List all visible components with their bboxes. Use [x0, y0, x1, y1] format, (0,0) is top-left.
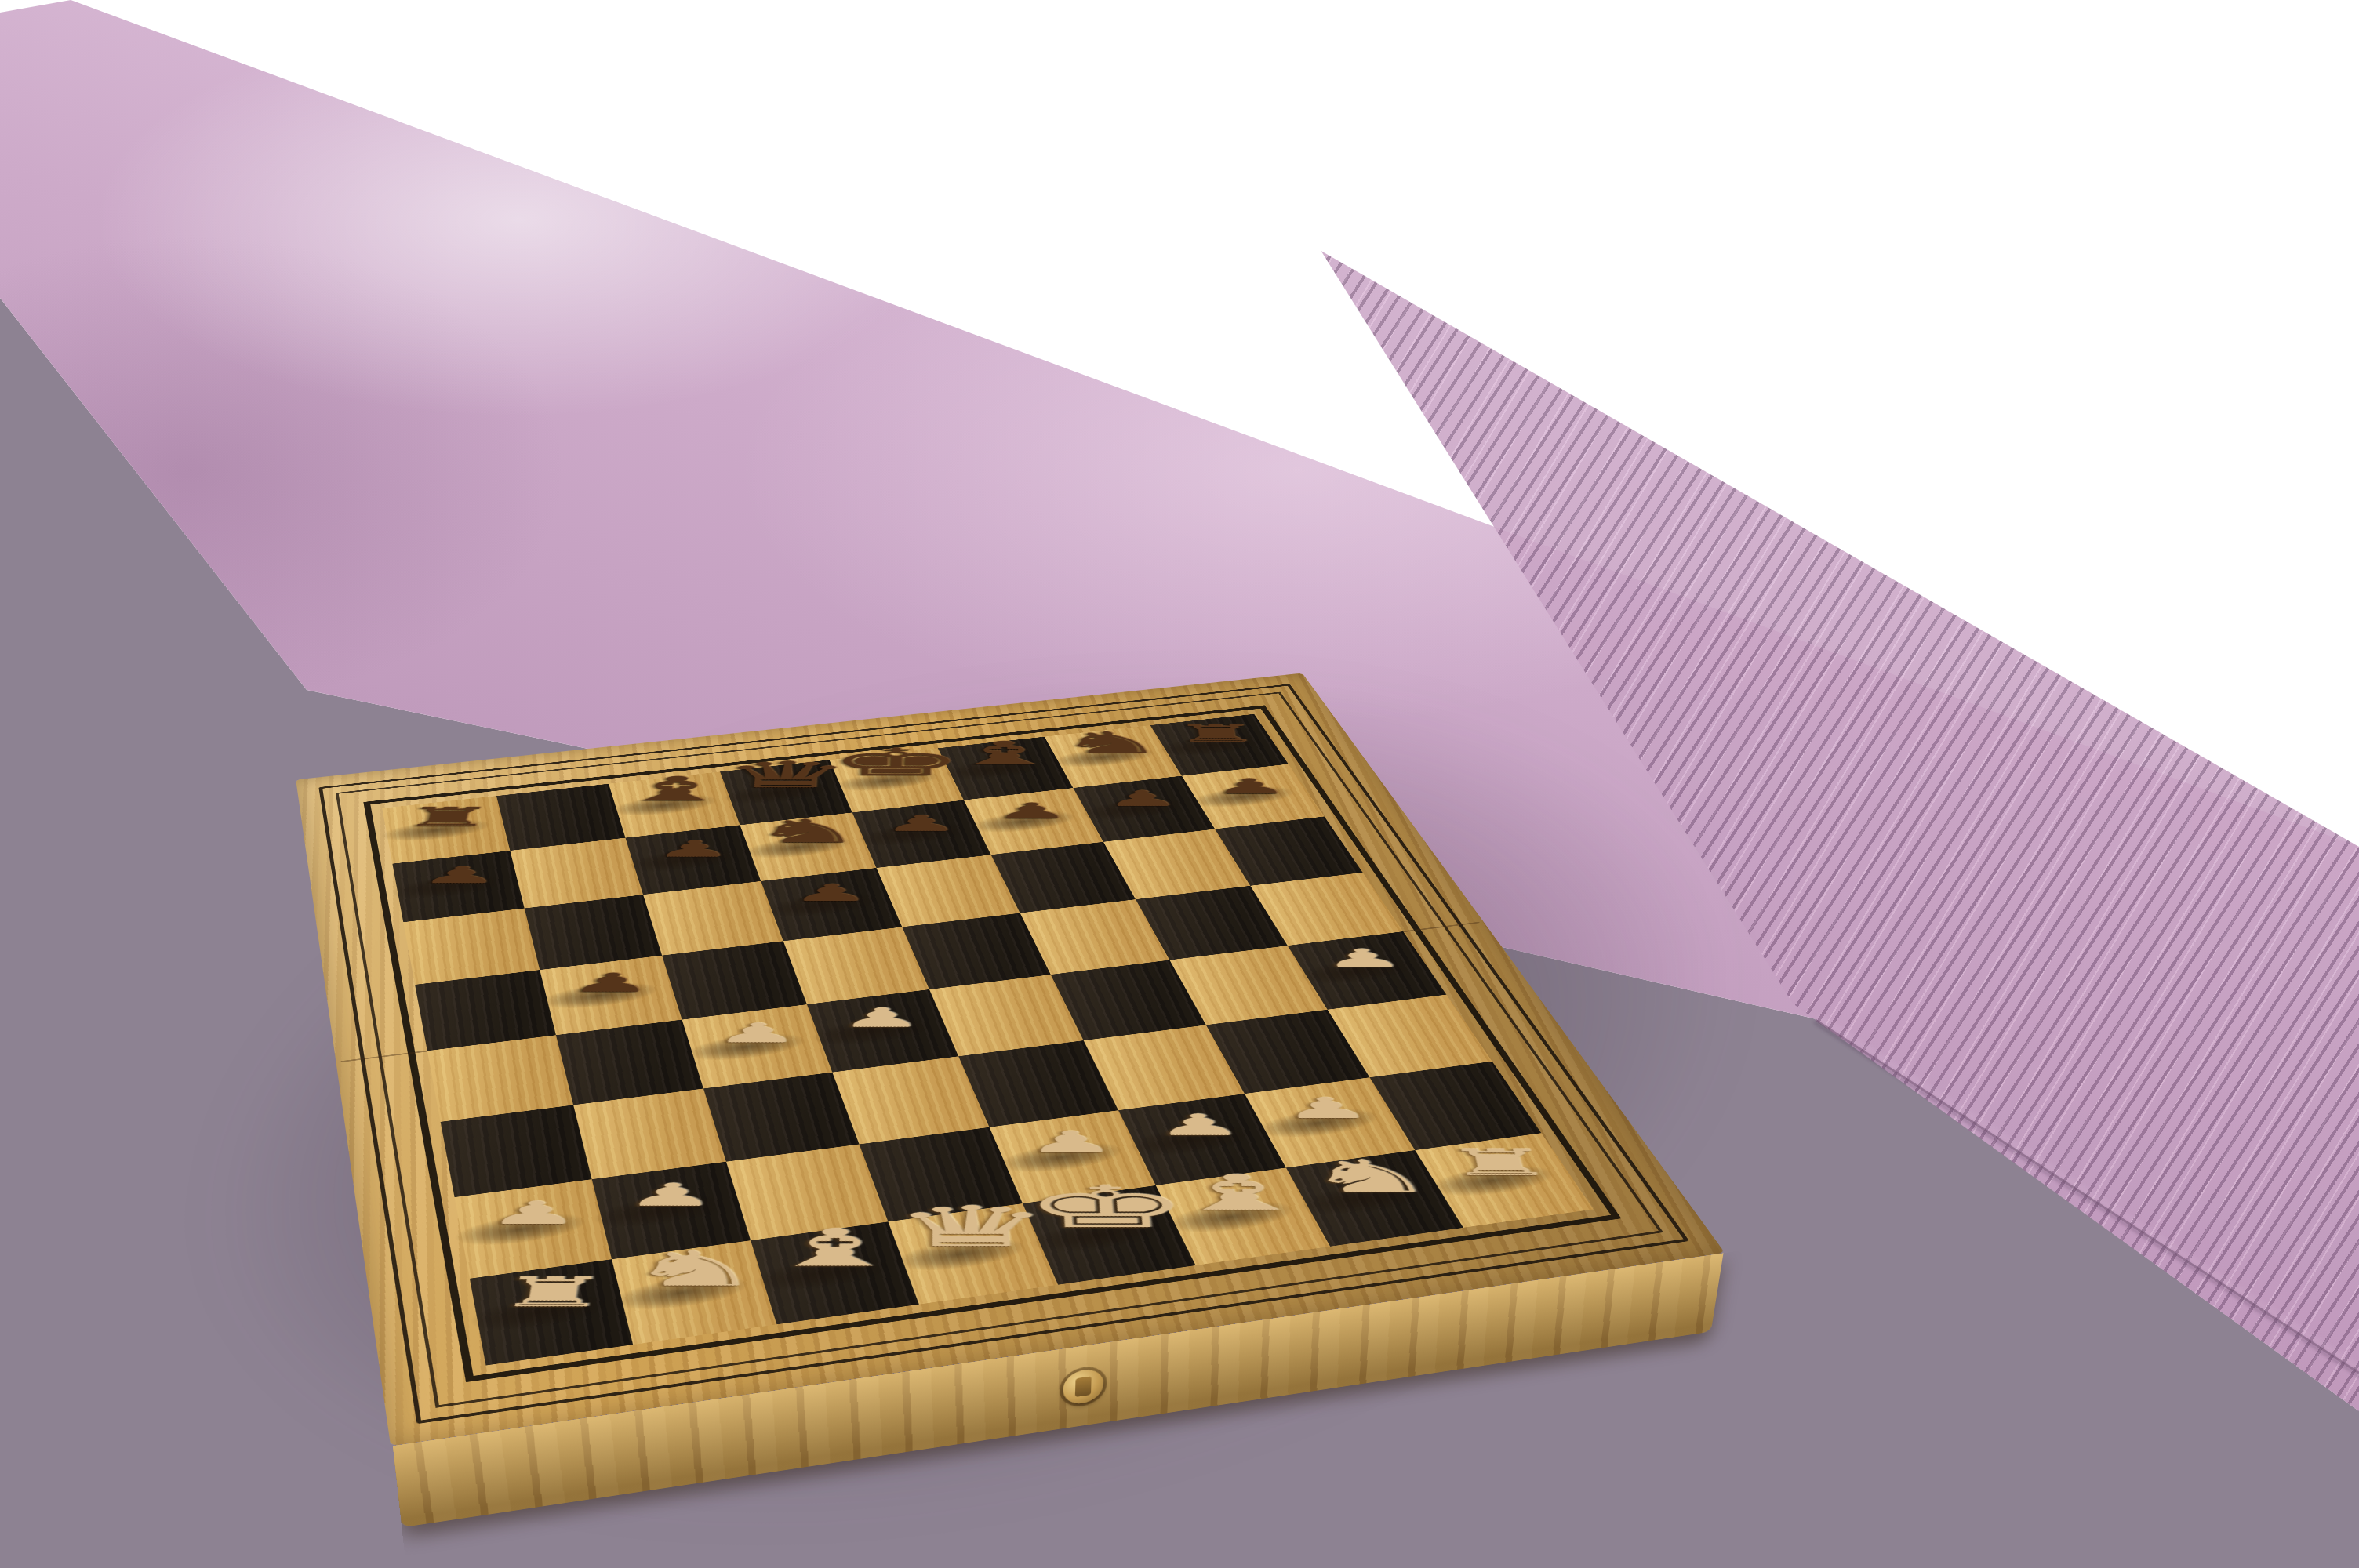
piece-shadow [1294, 1178, 1432, 1220]
square-h1[interactable] [1415, 1133, 1594, 1228]
black-pawn-glyph: ♟ [492, 971, 730, 994]
square-f2[interactable] [1118, 1094, 1286, 1185]
square-b1[interactable] [611, 1240, 776, 1345]
square-h3[interactable] [1327, 994, 1492, 1077]
white-pawn-glyph: ♟ [635, 1021, 878, 1046]
square-a4[interactable] [427, 1035, 573, 1121]
white-king-glyph: ♚ [975, 1181, 1239, 1234]
piece-shadow [453, 1207, 589, 1251]
piece-shadow [809, 1013, 935, 1050]
square-a1[interactable] [470, 1259, 633, 1366]
brass-clasp-icon [1063, 1367, 1104, 1406]
white-bishop-glyph: ♝ [700, 1224, 967, 1272]
square-d1[interactable] [888, 1203, 1058, 1305]
white-pawn-glyph: ♟ [944, 1128, 1198, 1156]
square-g2[interactable] [1245, 1077, 1415, 1167]
piece-shadow [1423, 1160, 1561, 1202]
black-pawn-glyph: ♟ [718, 882, 943, 904]
white-knight-glyph: ♞ [558, 1247, 829, 1291]
black-pawn-glyph: ♟ [346, 864, 573, 885]
piece-shadow [591, 1189, 727, 1232]
white-queen-glyph: ♛ [839, 1201, 1104, 1253]
square-b2[interactable] [591, 1162, 751, 1259]
square-a3[interactable] [441, 1105, 592, 1197]
piece-shadow [1161, 1196, 1300, 1239]
square-d3[interactable] [832, 1056, 990, 1145]
white-bishop-glyph: ♝ [1107, 1170, 1372, 1215]
square-e3[interactable] [958, 1040, 1118, 1127]
white-knight-glyph: ♞ [1238, 1156, 1503, 1197]
square-e2[interactable] [990, 1110, 1156, 1203]
square-b4[interactable] [555, 1020, 703, 1105]
black-bishop-glyph: ♝ [566, 774, 783, 804]
square-h2[interactable] [1369, 1062, 1541, 1150]
square-e1[interactable] [1023, 1185, 1195, 1285]
square-a2[interactable] [455, 1179, 612, 1278]
piece-shadow [682, 1029, 809, 1065]
black-pawn-glyph: ♟ [582, 838, 804, 858]
square-f3[interactable] [1083, 1025, 1245, 1110]
piece-shadow [752, 1251, 892, 1297]
piece-shadow [1027, 1214, 1167, 1258]
white-rook-glyph: ♜ [1368, 1145, 1631, 1179]
piece-shadow [611, 1270, 752, 1316]
piece-shadow [1124, 1120, 1258, 1160]
white-pawn-glyph: ♟ [1073, 1112, 1327, 1139]
square-g3[interactable] [1206, 1010, 1369, 1094]
piece-shadow [891, 1232, 1030, 1277]
white-pawn-glyph: ♟ [1245, 946, 1482, 970]
piece-shadow [1252, 1103, 1385, 1143]
scene-bedroom-chess-photo: ♜♝♛♚♝♞♜♟♟♞♟♟♟♟♟♟♟♟♟♟♟♟♟♟♜♞♝♛♚♝♞♜ [0, 0, 2359, 1568]
square-f1[interactable] [1155, 1167, 1330, 1265]
square-c2[interactable] [726, 1145, 888, 1240]
square-b3[interactable] [573, 1088, 726, 1179]
piece-shadow [467, 1290, 609, 1337]
square-c3[interactable] [703, 1072, 859, 1161]
white-pawn-glyph: ♟ [540, 1181, 801, 1210]
piece-shadow [994, 1137, 1128, 1178]
white-pawn-glyph: ♟ [1200, 1094, 1454, 1121]
white-rook-glyph: ♜ [414, 1273, 690, 1311]
square-g1[interactable] [1286, 1150, 1463, 1247]
square-c1[interactable] [751, 1221, 918, 1324]
square-d2[interactable] [859, 1127, 1023, 1221]
black-rook-glyph: ♜ [336, 805, 558, 829]
white-pawn-glyph: ♟ [401, 1199, 667, 1228]
